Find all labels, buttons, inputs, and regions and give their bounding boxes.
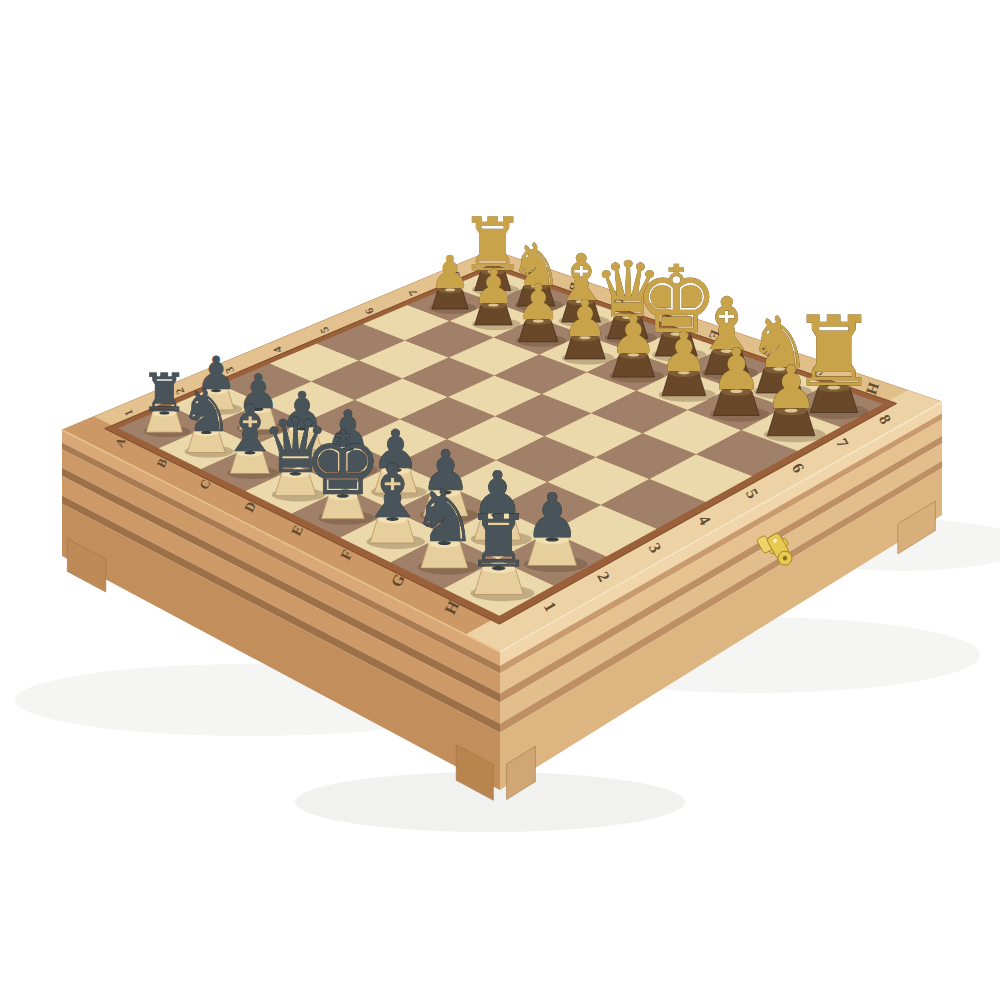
svg-text:♟: ♟ — [764, 353, 817, 422]
svg-text:♟: ♟ — [659, 320, 708, 384]
svg-text:♜: ♜ — [467, 500, 531, 583]
svg-text:♟: ♟ — [711, 336, 762, 402]
svg-text:♟: ♟ — [562, 289, 607, 348]
svg-text:♟: ♟ — [472, 259, 514, 314]
svg-text:♟: ♟ — [610, 304, 657, 365]
chess-set-photo: ABCDEFGH12345678ABCDEFGH12345678♜♞♟♝♟♛♟♚… — [0, 0, 1000, 1000]
product-photo-stage: ABCDEFGH12345678ABCDEFGH12345678♜♞♟♝♟♛♟♚… — [0, 0, 1000, 1000]
svg-text:♟: ♟ — [516, 274, 560, 330]
svg-text:♟: ♟ — [430, 246, 471, 299]
svg-text:♟: ♟ — [525, 480, 580, 551]
